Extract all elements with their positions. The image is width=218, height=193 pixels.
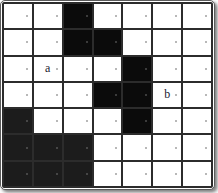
cell-r6c4 bbox=[94, 135, 122, 159]
cell-r5c1-black bbox=[4, 109, 32, 133]
cell-r5c3 bbox=[64, 109, 92, 133]
crossword-grid: ab bbox=[2, 2, 213, 188]
cell-r6c2-black bbox=[34, 135, 62, 159]
cell-r5c5-black bbox=[123, 109, 151, 133]
cell-r1c1 bbox=[4, 4, 32, 28]
cell-r3c3 bbox=[64, 57, 92, 81]
cell-r6c7 bbox=[183, 135, 211, 159]
cell-r3c1 bbox=[4, 57, 32, 81]
cell-r4c2 bbox=[34, 83, 62, 107]
cell-r3c2-label-a: a bbox=[34, 57, 62, 81]
cell-r3c4 bbox=[94, 57, 122, 81]
cell-r5c2 bbox=[34, 109, 62, 133]
cell-r2c7 bbox=[183, 30, 211, 54]
cell-r5c4 bbox=[94, 109, 122, 133]
cell-r3c7 bbox=[183, 57, 211, 81]
cell-r1c3-black bbox=[64, 4, 92, 28]
cell-r4c4-black bbox=[94, 83, 122, 107]
cell-r6c1-black bbox=[4, 135, 32, 159]
cell-r7c6 bbox=[153, 162, 181, 186]
cell-r2c2 bbox=[34, 30, 62, 54]
cell-r3c5-black bbox=[123, 57, 151, 81]
cell-r1c4 bbox=[94, 4, 122, 28]
cell-r7c1-black bbox=[4, 162, 32, 186]
cell-r6c3-black bbox=[64, 135, 92, 159]
cell-r7c2-black bbox=[34, 162, 62, 186]
cell-r1c6 bbox=[153, 4, 181, 28]
puzzle-screenshot: ab bbox=[0, 0, 218, 193]
cell-r3c6 bbox=[153, 57, 181, 81]
cell-r7c4 bbox=[94, 162, 122, 186]
cell-r2c3-black bbox=[64, 30, 92, 54]
cell-r1c2 bbox=[34, 4, 62, 28]
cell-r4c1 bbox=[4, 83, 32, 107]
cell-r6c5 bbox=[123, 135, 151, 159]
cell-r4c3 bbox=[64, 83, 92, 107]
cell-r4c5-black bbox=[123, 83, 151, 107]
cell-r2c4-black bbox=[94, 30, 122, 54]
framed-puzzle-image: ab bbox=[0, 0, 215, 190]
cell-r7c7 bbox=[183, 162, 211, 186]
cell-r2c5 bbox=[123, 30, 151, 54]
cell-r4c6-label-b: b bbox=[153, 83, 181, 107]
cell-r1c7 bbox=[183, 4, 211, 28]
cell-r6c6 bbox=[153, 135, 181, 159]
cell-r4c7 bbox=[183, 83, 211, 107]
cell-letter-label: b bbox=[164, 88, 170, 100]
cell-r5c7 bbox=[183, 109, 211, 133]
cell-r2c1 bbox=[4, 30, 32, 54]
cell-r1c5 bbox=[123, 4, 151, 28]
cell-r5c6 bbox=[153, 109, 181, 133]
cell-r7c3-black bbox=[64, 162, 92, 186]
cell-letter-label: a bbox=[45, 62, 50, 74]
cell-r2c6 bbox=[153, 30, 181, 54]
cell-r7c5 bbox=[123, 162, 151, 186]
